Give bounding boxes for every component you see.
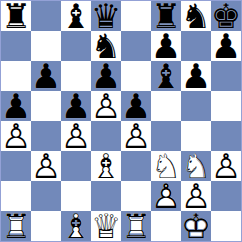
white-pawn-icon[interactable]: ♟♙ <box>211 151 241 181</box>
square-h3[interactable]: ♟♙ <box>211 151 241 181</box>
square-c3[interactable] <box>61 151 91 181</box>
black-pawn-icon[interactable]: ♟ <box>121 91 151 121</box>
black-rook-icon[interactable]: ♜ <box>1 1 31 31</box>
square-e8[interactable] <box>121 1 151 31</box>
square-c6[interactable] <box>61 61 91 91</box>
black-knight-icon[interactable]: ♞ <box>91 31 121 61</box>
black-pawn-icon[interactable]: ♟ <box>1 91 31 121</box>
square-b7[interactable] <box>31 31 61 61</box>
square-g4[interactable] <box>181 121 211 151</box>
square-f6[interactable]: ♝ <box>151 61 181 91</box>
square-b4[interactable] <box>31 121 61 151</box>
black-bishop-icon[interactable]: ♝ <box>61 1 91 31</box>
black-knight-icon[interactable]: ♞ <box>181 1 211 31</box>
white-rook-icon[interactable]: ♜♖ <box>121 211 151 241</box>
square-h4[interactable] <box>211 121 241 151</box>
square-c7[interactable] <box>61 31 91 61</box>
black-queen-icon[interactable]: ♛ <box>91 1 121 31</box>
black-pawn-icon[interactable]: ♟ <box>181 61 211 91</box>
white-pawn-icon[interactable]: ♟♙ <box>31 151 61 181</box>
square-d4[interactable] <box>91 121 121 151</box>
square-a4[interactable]: ♟♙ <box>1 121 31 151</box>
black-pawn-icon[interactable]: ♟ <box>61 91 91 121</box>
square-f8[interactable]: ♜ <box>151 1 181 31</box>
white-bishop-icon[interactable]: ♝♗ <box>91 151 121 181</box>
chess-board: ♜♝♛♜♞♚♞♟♟♟♟♝♟♟♟♟♙♟♟♙♟♙♟♙♟♙♝♗♞♘♞♘♟♙♟♙♟♙♜♖… <box>0 0 242 242</box>
square-f3[interactable]: ♞♘ <box>151 151 181 181</box>
square-d6[interactable]: ♟ <box>91 61 121 91</box>
black-king-icon[interactable]: ♚ <box>211 1 241 31</box>
square-a5[interactable]: ♟ <box>1 91 31 121</box>
square-c4[interactable]: ♟♙ <box>61 121 91 151</box>
white-king-icon[interactable]: ♚♔ <box>181 211 211 241</box>
white-knight-icon[interactable]: ♞♘ <box>181 151 211 181</box>
white-pawn-icon[interactable]: ♟♙ <box>151 181 181 211</box>
square-d5[interactable]: ♟♙ <box>91 91 121 121</box>
square-f5[interactable] <box>151 91 181 121</box>
white-bishop-icon[interactable]: ♝♗ <box>61 211 91 241</box>
square-e1[interactable]: ♜♖ <box>121 211 151 241</box>
black-pawn-icon[interactable]: ♟ <box>151 31 181 61</box>
square-h1[interactable] <box>211 211 241 241</box>
square-a6[interactable] <box>1 61 31 91</box>
square-c2[interactable] <box>61 181 91 211</box>
square-g8[interactable]: ♞ <box>181 1 211 31</box>
square-g2[interactable]: ♟♙ <box>181 181 211 211</box>
square-f7[interactable]: ♟ <box>151 31 181 61</box>
square-b2[interactable] <box>31 181 61 211</box>
square-e6[interactable] <box>121 61 151 91</box>
square-a2[interactable] <box>1 181 31 211</box>
square-a3[interactable] <box>1 151 31 181</box>
square-d7[interactable]: ♞ <box>91 31 121 61</box>
white-rook-icon[interactable]: ♜♖ <box>1 211 31 241</box>
square-e3[interactable] <box>121 151 151 181</box>
square-h7[interactable]: ♟ <box>211 31 241 61</box>
black-pawn-icon[interactable]: ♟ <box>211 31 241 61</box>
black-pawn-icon[interactable]: ♟ <box>91 61 121 91</box>
square-a7[interactable] <box>1 31 31 61</box>
square-g1[interactable]: ♚♔ <box>181 211 211 241</box>
square-h6[interactable] <box>211 61 241 91</box>
square-d8[interactable]: ♛ <box>91 1 121 31</box>
square-f2[interactable]: ♟♙ <box>151 181 181 211</box>
black-pawn-icon[interactable]: ♟ <box>31 61 61 91</box>
white-pawn-icon[interactable]: ♟♙ <box>181 181 211 211</box>
black-bishop-icon[interactable]: ♝ <box>151 61 181 91</box>
square-f1[interactable] <box>151 211 181 241</box>
square-e2[interactable] <box>121 181 151 211</box>
white-pawn-icon[interactable]: ♟♙ <box>61 121 91 151</box>
square-g5[interactable] <box>181 91 211 121</box>
square-h8[interactable]: ♚ <box>211 1 241 31</box>
square-f4[interactable] <box>151 121 181 151</box>
square-b8[interactable] <box>31 1 61 31</box>
square-e7[interactable] <box>121 31 151 61</box>
square-g3[interactable]: ♞♘ <box>181 151 211 181</box>
square-d1[interactable]: ♛♕ <box>91 211 121 241</box>
square-a8[interactable]: ♜ <box>1 1 31 31</box>
square-h5[interactable] <box>211 91 241 121</box>
square-e5[interactable]: ♟ <box>121 91 151 121</box>
white-pawn-icon[interactable]: ♟♙ <box>91 91 121 121</box>
white-queen-icon[interactable]: ♛♕ <box>91 211 121 241</box>
square-d2[interactable] <box>91 181 121 211</box>
square-b1[interactable] <box>31 211 61 241</box>
square-d3[interactable]: ♝♗ <box>91 151 121 181</box>
white-pawn-icon[interactable]: ♟♙ <box>121 121 151 151</box>
square-b6[interactable]: ♟ <box>31 61 61 91</box>
square-c1[interactable]: ♝♗ <box>61 211 91 241</box>
white-pawn-icon[interactable]: ♟♙ <box>1 121 31 151</box>
square-b5[interactable] <box>31 91 61 121</box>
square-a1[interactable]: ♜♖ <box>1 211 31 241</box>
square-g6[interactable]: ♟ <box>181 61 211 91</box>
black-rook-icon[interactable]: ♜ <box>151 1 181 31</box>
square-c8[interactable]: ♝ <box>61 1 91 31</box>
square-h2[interactable] <box>211 181 241 211</box>
white-knight-icon[interactable]: ♞♘ <box>151 151 181 181</box>
square-e4[interactable]: ♟♙ <box>121 121 151 151</box>
square-c5[interactable]: ♟ <box>61 91 91 121</box>
square-b3[interactable]: ♟♙ <box>31 151 61 181</box>
square-g7[interactable] <box>181 31 211 61</box>
